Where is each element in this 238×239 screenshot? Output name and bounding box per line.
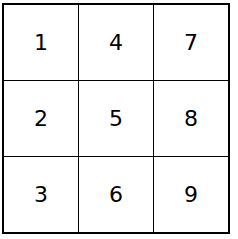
cell-r3c1: 3 (4, 157, 78, 232)
cell-r3c3: 9 (154, 157, 228, 232)
cell-r1c3: 7 (154, 5, 228, 80)
cell-r1c2: 4 (79, 5, 153, 80)
cell-r2c1: 2 (4, 81, 78, 156)
cell-r3c2: 6 (79, 157, 153, 232)
cell-r2c2: 5 (79, 81, 153, 156)
number-grid-board: 1 4 7 2 5 8 3 6 9 (2, 3, 230, 234)
cell-r2c3: 8 (154, 81, 228, 156)
cell-r1c1: 1 (4, 5, 78, 80)
grid-canvas: 1 4 7 2 5 8 3 6 9 (0, 0, 238, 239)
